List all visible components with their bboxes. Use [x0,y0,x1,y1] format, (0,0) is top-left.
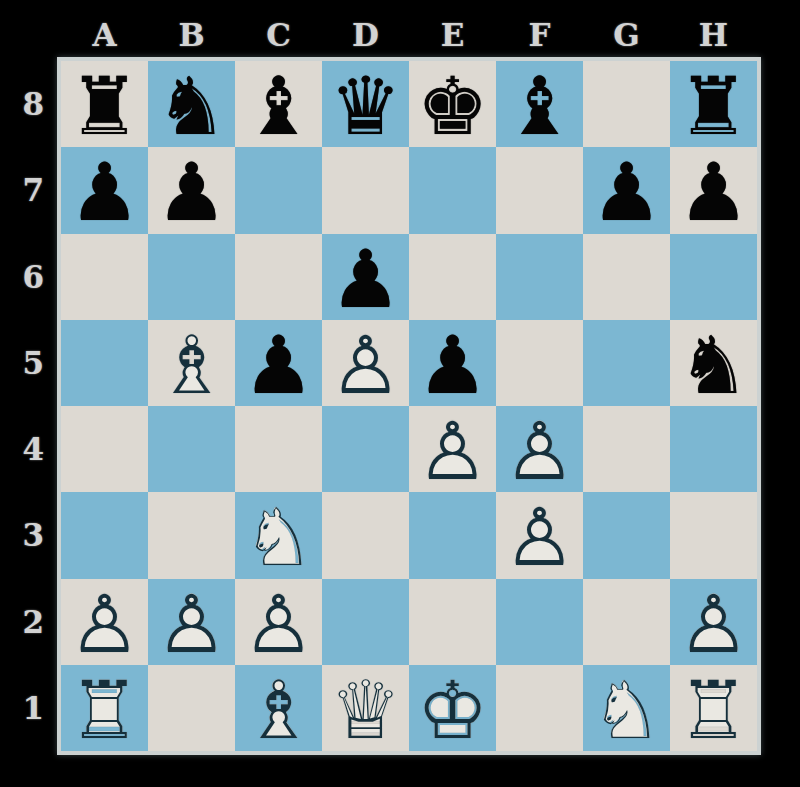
file-label-h: H [670,0,757,57]
square-b1[interactable] [148,665,235,751]
piece-white-queen[interactable]: ♛♕ [322,665,409,751]
piece-fill-layer: ♟ [61,150,148,236]
file-label-d: D [322,0,409,57]
piece-black-rook[interactable]: ♜ [61,61,148,147]
square-b7[interactable]: ♟ [148,147,235,233]
file-label-c: C [235,0,322,57]
piece-outline-layer: ♗ [235,668,322,754]
square-b8[interactable]: ♞ [148,61,235,147]
piece-fill-layer: ♜ [670,64,757,150]
square-h7[interactable]: ♟ [670,147,757,233]
square-f7[interactable] [496,147,583,233]
piece-outline-layer: ♘ [235,495,322,581]
rank-labels: 87654321 [0,61,57,751]
file-label-g: G [583,0,670,57]
piece-outline-layer: ♙ [409,409,496,495]
piece-fill-layer: ♚ [409,64,496,150]
piece-fill-layer: ♟ [235,323,322,409]
piece-fill-layer: ♟ [670,150,757,236]
square-h3[interactable] [670,492,757,578]
piece-outline-layer: ♙ [670,582,757,668]
square-e1[interactable]: ♚♔ [409,665,496,751]
square-e4[interactable]: ♟♙ [409,406,496,492]
square-b5[interactable]: ♝♗ [148,320,235,406]
square-h8[interactable]: ♜ [670,61,757,147]
square-d5[interactable]: ♟♙ [322,320,409,406]
square-a7[interactable]: ♟ [61,147,148,233]
piece-black-knight[interactable]: ♞ [670,320,757,406]
square-f1[interactable] [496,665,583,751]
piece-outline-layer: ♙ [496,409,583,495]
square-h4[interactable] [670,406,757,492]
square-a6[interactable] [61,234,148,320]
piece-white-rook[interactable]: ♜♖ [670,665,757,751]
piece-fill-layer: ♟ [409,323,496,409]
square-e3[interactable] [409,492,496,578]
square-g8[interactable] [583,61,670,147]
square-e6[interactable] [409,234,496,320]
square-a8[interactable]: ♜ [61,61,148,147]
piece-outline-layer: ♖ [670,668,757,754]
square-c6[interactable] [235,234,322,320]
square-f6[interactable] [496,234,583,320]
file-label-f: F [496,0,583,57]
square-a1[interactable]: ♜♖ [61,665,148,751]
rank-label-7: 7 [0,147,57,233]
rank-label-2: 2 [0,579,57,665]
piece-black-pawn[interactable]: ♟ [235,320,322,406]
piece-white-bishop[interactable]: ♝♗ [148,320,235,406]
square-e2[interactable] [409,579,496,665]
piece-fill-layer: ♞ [148,64,235,150]
piece-black-pawn[interactable]: ♟ [322,234,409,320]
square-a4[interactable] [61,406,148,492]
square-d1[interactable]: ♛♕ [322,665,409,751]
square-d2[interactable] [322,579,409,665]
square-d3[interactable] [322,492,409,578]
piece-fill-layer: ♞ [670,323,757,409]
rank-label-8: 8 [0,61,57,147]
piece-white-pawn[interactable]: ♟♙ [61,579,148,665]
square-g6[interactable] [583,234,670,320]
rank-label-1: 1 [0,665,57,751]
piece-white-pawn[interactable]: ♟♙ [409,406,496,492]
square-b3[interactable] [148,492,235,578]
square-c4[interactable] [235,406,322,492]
video-frame: ABCDEFGH 87654321 ♜♞♝♛♚♝♜♟♟♟♟♟♝♗♟♟♙♟♞♟♙♟… [0,0,800,787]
square-d4[interactable] [322,406,409,492]
square-d7[interactable] [322,147,409,233]
piece-black-pawn[interactable]: ♟ [583,147,670,233]
square-b6[interactable] [148,234,235,320]
square-a3[interactable] [61,492,148,578]
file-label-a: A [61,0,148,57]
piece-fill-layer: ♟ [583,150,670,236]
square-b4[interactable] [148,406,235,492]
square-g2[interactable] [583,579,670,665]
square-a5[interactable] [61,320,148,406]
piece-black-bishop[interactable]: ♝ [235,61,322,147]
piece-white-pawn[interactable]: ♟♙ [322,320,409,406]
piece-fill-layer: ♛ [322,64,409,150]
square-f5[interactable] [496,320,583,406]
square-e5[interactable]: ♟ [409,320,496,406]
piece-black-queen[interactable]: ♛ [322,61,409,147]
piece-outline-layer: ♔ [409,668,496,754]
square-g7[interactable]: ♟ [583,147,670,233]
square-c1[interactable]: ♝♗ [235,665,322,751]
piece-outline-layer: ♗ [148,323,235,409]
piece-outline-layer: ♘ [583,668,670,754]
square-e7[interactable] [409,147,496,233]
piece-black-pawn[interactable]: ♟ [670,147,757,233]
piece-black-king[interactable]: ♚ [409,61,496,147]
square-h6[interactable] [670,234,757,320]
square-a2[interactable]: ♟♙ [61,579,148,665]
square-g3[interactable] [583,492,670,578]
square-c2[interactable]: ♟♙ [235,579,322,665]
piece-white-pawn[interactable]: ♟♙ [235,579,322,665]
square-h1[interactable]: ♜♖ [670,665,757,751]
piece-outline-layer: ♙ [148,582,235,668]
square-c5[interactable]: ♟ [235,320,322,406]
file-labels: ABCDEFGH [61,0,757,57]
rank-label-5: 5 [0,320,57,406]
piece-outline-layer: ♙ [322,323,409,409]
square-f4[interactable]: ♟♙ [496,406,583,492]
square-g1[interactable]: ♞♘ [583,665,670,751]
piece-white-king[interactable]: ♚♔ [409,665,496,751]
square-h5[interactable]: ♞ [670,320,757,406]
piece-white-pawn[interactable]: ♟♙ [670,579,757,665]
piece-white-bishop[interactable]: ♝♗ [235,665,322,751]
piece-outline-layer: ♙ [61,582,148,668]
piece-outline-layer: ♖ [61,668,148,754]
file-label-e: E [409,0,496,57]
piece-fill-layer: ♟ [148,150,235,236]
piece-white-knight[interactable]: ♞♘ [235,492,322,578]
square-f3[interactable]: ♟♙ [496,492,583,578]
piece-fill-layer: ♜ [61,64,148,150]
square-d6[interactable]: ♟ [322,234,409,320]
square-h2[interactable]: ♟♙ [670,579,757,665]
piece-white-knight[interactable]: ♞♘ [583,665,670,751]
piece-outline-layer: ♙ [235,582,322,668]
square-e8[interactable]: ♚ [409,61,496,147]
piece-black-bishop[interactable]: ♝ [496,61,583,147]
chess-board: ♜♞♝♛♚♝♜♟♟♟♟♟♝♗♟♟♙♟♞♟♙♟♙♞♘♟♙♟♙♟♙♟♙♟♙♜♖♝♗♛… [57,57,761,755]
piece-black-pawn[interactable]: ♟ [61,147,148,233]
piece-black-pawn[interactable]: ♟ [409,320,496,406]
piece-white-pawn[interactable]: ♟♙ [496,492,583,578]
file-label-b: B [148,0,235,57]
square-b2[interactable]: ♟♙ [148,579,235,665]
square-f2[interactable] [496,579,583,665]
piece-fill-layer: ♝ [235,64,322,150]
rank-label-4: 4 [0,406,57,492]
piece-black-rook[interactable]: ♜ [670,61,757,147]
piece-white-pawn[interactable]: ♟♙ [496,406,583,492]
square-d8[interactable]: ♛ [322,61,409,147]
piece-fill-layer: ♝ [496,64,583,150]
square-c8[interactable]: ♝ [235,61,322,147]
rank-label-3: 3 [0,492,57,578]
piece-white-rook[interactable]: ♜♖ [61,665,148,751]
rank-label-6: 6 [0,234,57,320]
piece-outline-layer: ♕ [322,668,409,754]
square-f8[interactable]: ♝ [496,61,583,147]
piece-outline-layer: ♙ [496,495,583,581]
square-g5[interactable] [583,320,670,406]
piece-white-pawn[interactable]: ♟♙ [148,579,235,665]
piece-black-knight[interactable]: ♞ [148,61,235,147]
piece-fill-layer: ♟ [322,237,409,323]
square-c7[interactable] [235,147,322,233]
square-c3[interactable]: ♞♘ [235,492,322,578]
piece-black-pawn[interactable]: ♟ [148,147,235,233]
square-g4[interactable] [583,406,670,492]
